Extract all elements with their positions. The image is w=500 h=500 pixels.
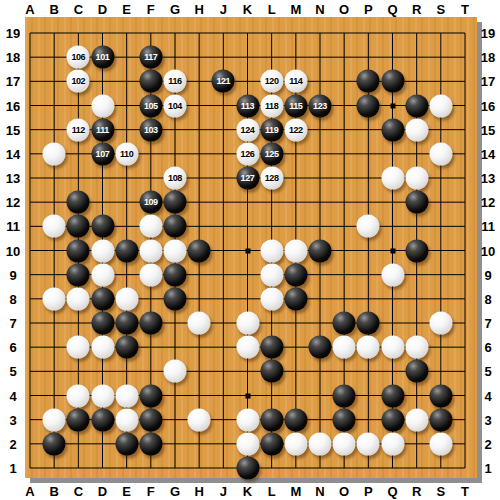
row-label-right-2: 2 [484,437,491,450]
stone-black-S4[interactable] [429,384,452,407]
stone-white-F10[interactable] [139,239,162,262]
row-label-left-14: 14 [6,147,20,160]
stone-black-L15[interactable]: 119 [260,118,283,141]
move-number: 104 [168,101,182,110]
column-label-bottom-Q: Q [387,485,397,498]
stone-black-K13[interactable]: 127 [236,167,259,190]
move-number: 113 [241,101,254,110]
row-label-left-17: 17 [6,75,20,88]
move-number: 128 [265,174,279,183]
stone-black-N16[interactable]: 123 [309,94,332,117]
stone-black-R5[interactable] [405,360,428,383]
stone-black-M9[interactable] [284,263,307,286]
column-label-bottom-O: O [339,485,349,498]
move-number: 103 [144,125,158,134]
move-number: 114 [289,77,302,86]
stone-white-S14[interactable] [429,142,452,165]
stone-white-D16[interactable] [91,94,114,117]
stone-white-B14[interactable] [43,142,66,165]
stone-black-G8[interactable] [164,287,187,310]
row-label-left-4: 4 [9,389,16,402]
move-number: 105 [144,101,158,110]
row-label-right-4: 4 [484,389,491,402]
column-label-bottom-K: K [243,485,252,498]
row-label-right-11: 11 [481,220,495,233]
row-label-left-1: 1 [9,462,16,475]
row-label-right-19: 19 [481,27,495,40]
stone-white-S16[interactable] [429,94,452,117]
column-label-bottom-A: A [25,485,34,498]
stone-white-C4[interactable] [67,384,90,407]
column-label-bottom-R: R [412,485,421,498]
stone-white-K6[interactable] [236,336,259,359]
column-label-top-A: A [25,3,34,16]
stone-black-B2[interactable] [43,432,66,455]
row-label-left-15: 15 [6,123,20,136]
stone-black-F7[interactable] [139,312,162,335]
column-label-top-R: R [412,3,421,16]
star-point-K10 [245,248,250,253]
stone-black-F17[interactable] [139,70,162,93]
stone-black-P7[interactable] [357,312,380,335]
stone-black-E2[interactable] [115,432,138,455]
stone-black-P16[interactable] [357,94,380,117]
stone-white-C17[interactable]: 102 [67,70,90,93]
move-number: 112 [72,125,85,134]
stone-black-L3[interactable] [260,408,283,431]
move-number: 125 [265,149,279,158]
column-label-top-E: E [122,3,131,16]
star-point-Q16 [390,103,395,108]
column-label-top-O: O [339,3,349,16]
stone-black-S3[interactable] [429,408,452,431]
stone-black-G9[interactable] [164,263,187,286]
move-number: 110 [120,149,133,158]
stone-black-L5[interactable] [260,360,283,383]
stone-black-D8[interactable] [91,287,114,310]
row-label-left-16: 16 [6,99,20,112]
stone-black-C3[interactable] [67,408,90,431]
column-label-bottom-H: H [194,485,203,498]
stone-white-K14[interactable]: 126 [236,142,259,165]
column-label-bottom-J: J [220,485,227,498]
stone-white-G13[interactable]: 108 [164,167,187,190]
stone-white-P11[interactable] [357,215,380,238]
stone-black-D7[interactable] [91,312,114,335]
row-label-right-9: 9 [484,268,491,281]
row-label-left-18: 18 [6,51,20,64]
row-label-left-8: 8 [9,292,16,305]
move-number: 108 [168,174,182,183]
stone-white-C8[interactable] [67,287,90,310]
column-label-top-P: P [364,3,373,16]
column-label-bottom-F: F [147,485,155,498]
column-label-bottom-G: G [170,485,180,498]
stone-white-H3[interactable] [188,408,211,431]
stone-white-R3[interactable] [405,408,428,431]
stone-white-L16[interactable]: 118 [260,94,283,117]
row-label-left-5: 5 [9,365,16,378]
stone-white-D9[interactable] [91,263,114,286]
stone-black-L14[interactable]: 125 [260,142,283,165]
stone-white-L10[interactable] [260,239,283,262]
stone-black-O3[interactable] [333,408,356,431]
stone-black-D11[interactable] [91,215,114,238]
stone-black-E6[interactable] [115,336,138,359]
column-label-bottom-P: P [364,485,373,498]
row-label-left-3: 3 [9,413,16,426]
stone-black-Q3[interactable] [381,408,404,431]
column-label-bottom-B: B [49,485,58,498]
stone-black-C9[interactable] [67,263,90,286]
stone-black-R16[interactable] [405,94,428,117]
move-number: 101 [96,53,110,62]
move-number: 119 [265,125,278,134]
move-number: 106 [71,53,85,62]
column-label-top-S: S [436,3,445,16]
stone-white-G10[interactable] [164,239,187,262]
stone-black-F18[interactable]: 117 [139,46,162,69]
column-label-bottom-E: E [122,485,131,498]
column-label-bottom-M: M [290,485,301,498]
stone-white-R15[interactable] [405,118,428,141]
row-label-left-9: 9 [9,268,16,281]
column-label-top-K: K [243,3,252,16]
stone-black-P17[interactable] [357,70,380,93]
stone-white-G17[interactable]: 116 [164,70,187,93]
move-number: 117 [144,53,157,62]
column-label-bottom-D: D [98,485,107,498]
row-label-right-16: 16 [481,99,495,112]
move-number: 115 [289,101,302,110]
column-label-top-T: T [461,3,469,16]
stone-black-O7[interactable] [333,312,356,335]
star-point-K4 [245,393,250,398]
row-label-left-11: 11 [6,220,20,233]
stone-white-L9[interactable] [260,263,283,286]
stone-black-M3[interactable] [284,408,307,431]
row-label-right-18: 18 [481,51,495,64]
stone-white-R13[interactable] [405,167,428,190]
move-number: 122 [289,125,303,134]
go-diagram-screen: 1061011171021161211201141051041131181151… [0,0,500,500]
stone-black-F16[interactable]: 105 [139,94,162,117]
stone-black-Q17[interactable] [381,70,404,93]
stone-black-R10[interactable] [405,239,428,262]
row-label-left-10: 10 [6,244,20,257]
stone-white-B8[interactable] [43,287,66,310]
stone-black-O4[interactable] [333,384,356,407]
column-label-bottom-C: C [74,485,83,498]
column-label-top-M: M [290,3,301,16]
row-label-right-1: 1 [484,462,491,475]
row-label-right-13: 13 [481,172,495,185]
move-number: 120 [265,77,279,86]
stone-black-D18[interactable]: 101 [91,46,114,69]
stone-black-F12[interactable]: 109 [139,191,162,214]
stone-white-F11[interactable] [139,215,162,238]
row-label-right-15: 15 [481,123,495,136]
move-number: 116 [168,77,181,86]
column-label-top-C: C [74,3,83,16]
move-number: 109 [144,198,158,207]
stone-black-G12[interactable] [164,191,187,214]
column-label-bottom-L: L [268,485,276,498]
stone-white-M2[interactable] [284,432,307,455]
row-label-left-2: 2 [9,437,16,450]
stone-white-D6[interactable] [91,336,114,359]
column-label-top-G: G [170,3,180,16]
stone-white-Q2[interactable] [381,432,404,455]
stone-black-L2[interactable] [260,432,283,455]
stone-black-C10[interactable] [67,239,90,262]
stone-white-Q9[interactable] [381,263,404,286]
stone-black-M8[interactable] [284,287,307,310]
stone-black-L6[interactable] [260,336,283,359]
stone-white-E8[interactable] [115,287,138,310]
row-label-right-8: 8 [484,292,491,305]
column-label-top-Q: Q [387,3,397,16]
stone-black-N6[interactable] [309,336,332,359]
stone-white-E4[interactable] [115,384,138,407]
column-label-bottom-N: N [315,485,324,498]
row-label-left-12: 12 [6,196,20,209]
move-number: 126 [241,149,255,158]
stone-white-M15[interactable]: 122 [284,118,307,141]
row-label-right-7: 7 [484,317,491,330]
stone-black-J17[interactable]: 121 [212,70,235,93]
stone-black-F4[interactable] [139,384,162,407]
stone-white-P2[interactable] [357,432,380,455]
stone-white-O6[interactable] [333,336,356,359]
stone-white-D10[interactable] [91,239,114,262]
stone-white-L13[interactable]: 128 [260,167,283,190]
stone-black-Q4[interactable] [381,384,404,407]
stone-white-Q13[interactable] [381,167,404,190]
move-number: 118 [265,101,278,110]
stone-black-F2[interactable] [139,432,162,455]
stone-white-P6[interactable] [357,336,380,359]
row-label-right-3: 3 [484,413,491,426]
stone-white-K2[interactable] [236,432,259,455]
row-label-left-13: 13 [6,172,20,185]
stone-black-C12[interactable] [67,191,90,214]
row-label-right-6: 6 [484,341,491,354]
stone-black-D14[interactable]: 107 [91,142,114,165]
stone-black-K1[interactable] [236,457,259,480]
stone-white-G5[interactable] [164,360,187,383]
stone-black-K16[interactable]: 113 [236,94,259,117]
row-label-left-19: 19 [6,27,20,40]
stone-white-B3[interactable] [43,408,66,431]
stone-black-H10[interactable] [188,239,211,262]
move-number: 102 [71,77,85,86]
stone-white-Q6[interactable] [381,336,404,359]
move-number: 124 [241,125,255,134]
column-label-top-F: F [147,3,155,16]
stone-black-D15[interactable]: 111 [91,118,114,141]
stone-black-R12[interactable] [405,191,428,214]
column-label-top-J: J [220,3,227,16]
column-label-top-B: B [49,3,58,16]
stone-white-O2[interactable] [333,432,356,455]
stone-white-L8[interactable] [260,287,283,310]
stone-black-F3[interactable] [139,408,162,431]
stone-white-M10[interactable] [284,239,307,262]
row-label-left-6: 6 [9,341,16,354]
column-label-top-N: N [315,3,324,16]
stone-black-E7[interactable] [115,312,138,335]
stone-black-F15[interactable]: 103 [139,118,162,141]
stone-black-C11[interactable] [67,215,90,238]
stone-white-K15[interactable]: 124 [236,118,259,141]
stone-white-N2[interactable] [309,432,332,455]
stone-white-G16[interactable]: 104 [164,94,187,117]
stone-black-D3[interactable] [91,408,114,431]
stone-white-C18[interactable]: 106 [67,46,90,69]
stone-black-E10[interactable] [115,239,138,262]
column-label-top-D: D [98,3,107,16]
stone-black-N10[interactable] [309,239,332,262]
row-label-left-7: 7 [9,317,16,330]
stone-white-E14[interactable]: 110 [115,142,138,165]
column-label-bottom-T: T [461,485,469,498]
column-label-top-L: L [268,3,276,16]
move-number: 107 [96,149,110,158]
stone-white-C6[interactable] [67,336,90,359]
stone-white-L17[interactable]: 120 [260,70,283,93]
star-point-Q10 [390,248,395,253]
stone-black-G11[interactable] [164,215,187,238]
column-label-top-H: H [194,3,203,16]
move-number: 123 [313,101,327,110]
stone-white-K3[interactable] [236,408,259,431]
row-label-right-5: 5 [484,365,491,378]
row-label-right-17: 17 [481,75,495,88]
stone-white-D4[interactable] [91,384,114,407]
stone-white-B11[interactable] [43,215,66,238]
move-number: 111 [96,125,109,134]
stone-white-M17[interactable]: 114 [284,70,307,93]
stone-black-Q15[interactable] [381,118,404,141]
stone-white-R6[interactable] [405,336,428,359]
stone-white-S7[interactable] [429,312,452,335]
row-label-right-12: 12 [481,196,495,209]
stone-white-S2[interactable] [429,432,452,455]
move-number: 127 [241,174,255,183]
stone-white-K7[interactable] [236,312,259,335]
move-number: 121 [216,77,230,86]
stone-white-F9[interactable] [139,263,162,286]
go-board[interactable]: 1061011171021161211201141051041131181151… [25,17,477,478]
row-label-right-14: 14 [481,147,495,160]
stone-black-M16[interactable]: 115 [284,94,307,117]
stone-white-E3[interactable] [115,408,138,431]
stone-white-C15[interactable]: 112 [67,118,90,141]
row-label-right-10: 10 [481,244,495,257]
column-label-bottom-S: S [436,485,445,498]
stone-white-H7[interactable] [188,312,211,335]
